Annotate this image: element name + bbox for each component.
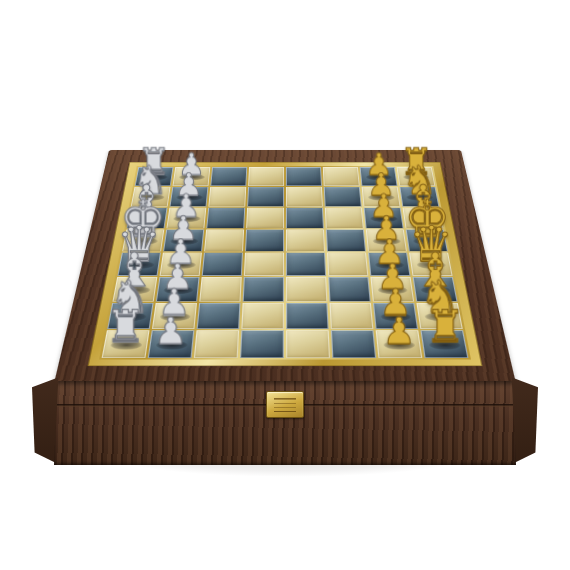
board-square[interactable] bbox=[206, 208, 245, 229]
board-square[interactable] bbox=[204, 229, 244, 251]
board-square[interactable] bbox=[286, 330, 330, 358]
board-square[interactable] bbox=[247, 187, 284, 207]
piece-gold-rook[interactable]: ♜ bbox=[420, 330, 468, 358]
clasp-emblem bbox=[274, 398, 296, 412]
board-square[interactable] bbox=[331, 330, 376, 358]
board-square[interactable] bbox=[243, 277, 284, 302]
board-square[interactable] bbox=[244, 253, 284, 276]
board-square[interactable] bbox=[202, 253, 243, 276]
board-square[interactable] bbox=[326, 229, 366, 251]
gold-rook-glyph: ♜ bbox=[416, 304, 473, 349]
board-square[interactable] bbox=[245, 229, 284, 251]
board-square[interactable] bbox=[286, 208, 324, 229]
piece-gold-pawn[interactable]: ♟ bbox=[376, 330, 423, 358]
board-square[interactable] bbox=[330, 303, 374, 329]
board-square[interactable] bbox=[208, 187, 246, 207]
board-square[interactable] bbox=[324, 187, 362, 207]
silver-pawn-glyph: ♟ bbox=[142, 312, 199, 349]
board-square[interactable] bbox=[286, 277, 327, 302]
board-square[interactable] bbox=[246, 208, 284, 229]
board-square[interactable] bbox=[286, 303, 329, 329]
board-square[interactable] bbox=[286, 229, 325, 251]
board-square[interactable] bbox=[248, 167, 284, 186]
chess-case-scene: ♜♟♟♜♞♟♟♞♝♟♟♝♚♟♟♚♛♟♟♛♝♟♟♝♞♟♟♞♜♟♟♜ bbox=[0, 0, 570, 570]
board-square[interactable] bbox=[197, 303, 241, 329]
board-square[interactable] bbox=[286, 167, 322, 186]
product-photo: ♜♟♟♜♞♟♟♞♝♟♟♝♚♟♟♚♛♟♟♛♝♟♟♝♞♟♟♞♜♟♟♜ bbox=[0, 0, 570, 570]
board-square[interactable] bbox=[240, 330, 284, 358]
board-square[interactable] bbox=[327, 253, 368, 276]
board-square[interactable] bbox=[286, 253, 326, 276]
board-square[interactable] bbox=[328, 277, 371, 302]
clasp-latch bbox=[266, 391, 304, 418]
board-square[interactable] bbox=[325, 208, 364, 229]
piece-silver-pawn[interactable]: ♟ bbox=[148, 330, 195, 358]
board-square[interactable] bbox=[210, 167, 247, 186]
board-square[interactable] bbox=[199, 277, 242, 302]
case-front-face bbox=[54, 381, 516, 465]
board-square[interactable] bbox=[286, 187, 323, 207]
board-square[interactable] bbox=[194, 330, 239, 358]
board-square[interactable] bbox=[323, 167, 360, 186]
board-square[interactable] bbox=[241, 303, 284, 329]
